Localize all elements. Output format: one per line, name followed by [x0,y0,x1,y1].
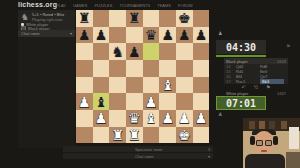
square-h7[interactable]: ♟ [193,27,210,44]
square-b1[interactable] [93,127,110,144]
webcam-overlay [243,118,300,168]
nav-item-puzzles[interactable]: Puzzles [94,3,112,8]
time-progress-bar [216,55,266,57]
top-nav: PlayGamesPuzzlesTournamentsTeamsForum [56,3,193,8]
white-bishop: ♝ [161,78,174,92]
black-bishop: ♝ [95,95,108,109]
square-f2[interactable]: ♟ [159,110,176,127]
chess-board[interactable]: ♜♜♚♟♟♛♟♟♟♞♟♝♟♝♟♟♛♝♟♟♟♜♜♚ [76,10,209,143]
white-clock-active: 07:01 [216,96,266,110]
black-king: ♚ [178,11,191,25]
knight-icon: ♞ [21,13,29,22]
square-e8[interactable] [143,10,160,27]
square-a7[interactable]: ♟ [76,27,93,44]
square-f4[interactable]: ♝ [159,77,176,94]
square-g8[interactable]: ♚ [176,10,193,27]
white-pawn: ♟ [161,111,174,125]
white-pawn: ♟ [145,95,158,109]
square-c3[interactable] [109,93,126,110]
square-b2[interactable]: ♟ [93,110,110,127]
square-g1[interactable]: ♚ [176,127,193,144]
square-b6[interactable] [93,43,110,60]
square-a4[interactable] [76,77,93,94]
square-b5[interactable] [93,60,110,77]
glasses-lens [256,140,263,146]
shelf-item [259,121,265,129]
square-e3[interactable]: ♟ [143,93,160,110]
game-info-panel: ♞ 5+5 • Rated • Blitz Playing right now … [18,10,75,30]
square-c8[interactable] [109,10,126,27]
black-pawn: ♟ [178,28,191,42]
white-rook: ♜ [111,128,124,142]
white-king: ♚ [178,128,191,142]
move-list-panel[interactable]: Black player 1618 14Qd2Rd815Rd1Be616Bf4Q… [224,58,288,84]
square-c7[interactable] [109,27,126,44]
square-e2[interactable]: ♝ [143,110,160,127]
square-h2[interactable]: ♟ [193,110,210,127]
square-b3[interactable]: ♝ [93,93,110,110]
white-pawn-icon: ♙ [218,112,222,117]
black-pawn: ♟ [128,45,141,59]
black-clock: 04:30 [216,40,266,54]
nav-item-games[interactable]: Games [73,3,87,8]
square-e4[interactable] [143,77,160,94]
chat-header[interactable]: Chat room ▾ [18,30,75,37]
black-pawn: ♟ [195,28,208,42]
chat-messages[interactable] [18,37,75,148]
square-e5[interactable] [143,60,160,77]
black-pawn: ♟ [78,28,91,42]
square-d4[interactable] [126,77,143,94]
square-f6[interactable] [159,43,176,60]
glasses [256,140,272,144]
headphone-earcup-left [250,136,255,145]
square-d2[interactable]: ♛ [126,110,143,127]
shelf-item [269,121,275,129]
square-d1[interactable]: ♜ [126,127,143,144]
square-g4[interactable] [176,77,193,94]
person-torso [245,154,285,168]
white-pawn: ♟ [78,95,91,109]
square-h8[interactable] [193,10,210,27]
draw-offer-icon[interactable]: ½ [254,85,258,90]
headphone-earcup-right [273,136,278,145]
square-a2[interactable] [76,110,93,127]
square-f8[interactable] [159,10,176,27]
black-pawn: ♟ [95,28,108,42]
square-b8[interactable] [93,10,110,27]
glasses-lens [265,140,272,146]
white-bishop: ♝ [145,111,158,125]
resign-icon[interactable]: ⚑ [266,85,270,90]
square-c4[interactable] [109,77,126,94]
shelf-item [249,121,255,129]
square-b4[interactable] [93,77,110,94]
square-e6[interactable] [143,43,160,60]
square-e7[interactable]: ♛ [143,27,160,44]
white-rook: ♜ [128,128,141,142]
square-a3[interactable]: ♟ [76,93,93,110]
square-h1[interactable] [193,127,210,144]
mouth [261,150,267,152]
move-rows[interactable]: 14Qd2Rd815Rd1Be616Bf4Qe717Rac1Bb3 [224,64,288,84]
chat-room-toggle-icon: ▾ [208,154,210,159]
square-c5[interactable] [109,60,126,77]
square-c1[interactable]: ♜ [109,127,126,144]
square-a5[interactable] [76,60,93,77]
nav-item-forum[interactable]: Forum [178,3,193,8]
nav-item-play[interactable]: Play [56,3,66,8]
takeback-icon[interactable]: ↶ [242,85,246,90]
square-h5[interactable] [193,60,210,77]
square-e1[interactable] [143,127,160,144]
nav-item-teams[interactable]: Teams [157,3,171,8]
black-knight: ♞ [111,45,124,59]
black-rook: ♜ [78,11,91,25]
square-g2[interactable]: ♟ [176,110,193,127]
square-f7[interactable]: ♟ [159,27,176,44]
square-g3[interactable] [176,93,193,110]
chat-toggle-icon[interactable]: ▾ [70,31,72,36]
square-g5[interactable] [176,60,193,77]
chat-title: Chat room [21,31,40,36]
square-a8[interactable]: ♜ [76,10,93,27]
chat-room-bar[interactable]: Chat room ▾ [63,153,213,159]
square-c2[interactable] [109,110,126,127]
square-h4[interactable] [193,77,210,94]
square-f5[interactable] [159,60,176,77]
square-d6[interactable]: ♟ [126,43,143,60]
desk-background [286,152,300,168]
black-rating: 1618 [277,59,286,64]
white-queen: ♛ [128,111,141,125]
square-h3[interactable] [193,93,210,110]
white-rating: 1437 [277,91,288,96]
square-d3[interactable] [126,93,143,110]
shelf-item [281,121,287,129]
bright-lamp-area [289,127,299,149]
square-b7[interactable]: ♟ [93,27,110,44]
spectator-count-badge: 3 [208,147,210,152]
spectator-room-bar[interactable]: Spectator room 3 [63,146,213,152]
black-pawn: ♟ [161,28,174,42]
square-d7[interactable] [126,27,143,44]
square-d8[interactable]: ♜ [126,10,143,27]
black-rook: ♜ [128,11,141,25]
white-pawn: ♟ [178,111,191,125]
square-f3[interactable] [159,93,176,110]
square-f1[interactable] [159,127,176,144]
nav-item-tournaments[interactable]: Tournaments [119,3,150,8]
site-logo[interactable]: lichess.org [18,1,57,8]
square-g6[interactable] [176,43,193,60]
black-queen: ♛ [145,28,158,42]
white-pawn: ♟ [195,111,208,125]
square-c6[interactable]: ♞ [109,43,126,60]
square-h6[interactable] [193,43,210,60]
square-g7[interactable]: ♟ [176,27,193,44]
flag-icon: ⚑ [286,43,290,49]
square-a1[interactable] [76,127,93,144]
black-pawn-icon: ♟ [218,31,222,36]
square-a6[interactable] [76,43,93,60]
square-d5[interactable] [126,60,143,77]
white-pawn: ♟ [95,111,108,125]
